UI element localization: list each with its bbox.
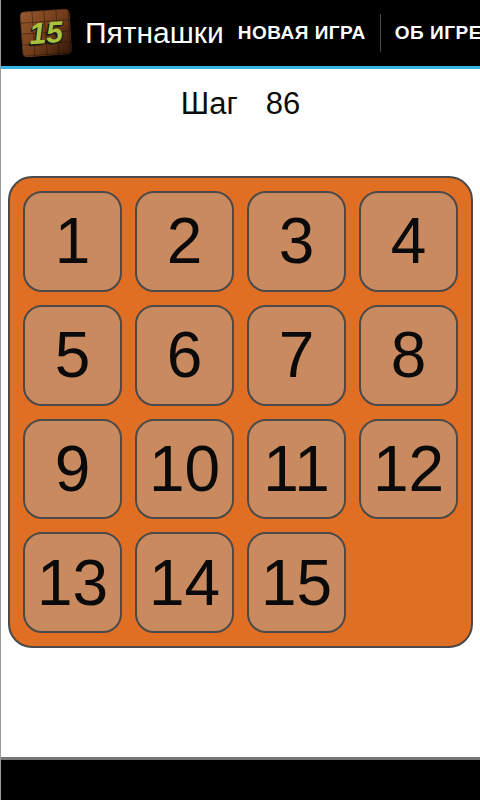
- tile-4[interactable]: 4: [359, 191, 458, 292]
- tile-13[interactable]: 13: [23, 532, 122, 633]
- fifteen-puzzle-app-icon: 15: [19, 8, 72, 57]
- tile-8[interactable]: 8: [359, 305, 458, 406]
- empty-cell: [359, 532, 458, 633]
- content-area: Шаг 86 123456789101112131415: [1, 69, 480, 757]
- tile-9[interactable]: 9: [23, 419, 122, 520]
- app-icon-number: 15: [20, 12, 73, 53]
- step-value: 86: [266, 86, 300, 122]
- tile-12[interactable]: 12: [359, 419, 458, 520]
- tile-7[interactable]: 7: [247, 305, 346, 406]
- tile-15[interactable]: 15: [247, 532, 346, 633]
- action-bar: 15 Пятнашки НОВАЯ ИГРА ОБ ИГРЕ: [1, 0, 480, 66]
- actionbar-menu: НОВАЯ ИГРА ОБ ИГРЕ: [224, 0, 480, 66]
- step-counter: Шаг 86: [1, 86, 480, 126]
- tile-5[interactable]: 5: [23, 305, 122, 406]
- tile-10[interactable]: 10: [135, 419, 234, 520]
- tile-2[interactable]: 2: [135, 191, 234, 292]
- about-game-button[interactable]: ОБ ИГРЕ: [381, 0, 480, 66]
- bottom-navigation-bar: [1, 760, 480, 800]
- app-title: Пятнашки: [85, 16, 224, 50]
- tile-14[interactable]: 14: [135, 532, 234, 633]
- new-game-button[interactable]: НОВАЯ ИГРА: [224, 0, 380, 66]
- tile-3[interactable]: 3: [247, 191, 346, 292]
- board: 123456789101112131415: [8, 176, 473, 648]
- tile-11[interactable]: 11: [247, 419, 346, 520]
- tile-6[interactable]: 6: [135, 305, 234, 406]
- step-label: Шаг: [181, 86, 238, 122]
- tile-1[interactable]: 1: [23, 191, 122, 292]
- phone-screen: 15 Пятнашки НОВАЯ ИГРА ОБ ИГРЕ Шаг 86 12…: [0, 0, 480, 800]
